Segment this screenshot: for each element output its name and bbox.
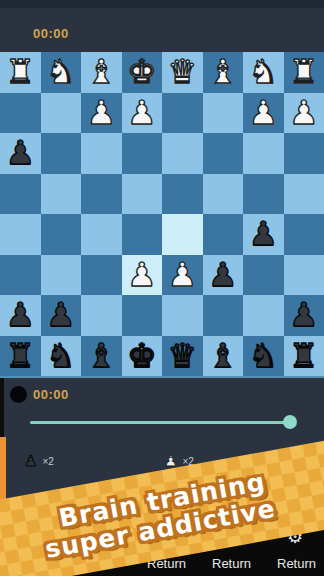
piece-white-pawn: ♟ bbox=[127, 93, 157, 133]
square-d6[interactable]: ♟ bbox=[162, 255, 203, 296]
piece-black-knight: ♞ bbox=[248, 336, 278, 376]
piece-white-pawn: ♟ bbox=[289, 93, 319, 133]
status-bar bbox=[0, 0, 324, 8]
square-a4[interactable] bbox=[284, 174, 324, 215]
piece-black-pawn: ♟ bbox=[5, 133, 35, 173]
square-f3[interactable] bbox=[81, 133, 122, 174]
piece-black-pawn: ♟ bbox=[46, 295, 76, 335]
square-h6[interactable] bbox=[0, 255, 41, 296]
square-c5[interactable] bbox=[203, 214, 244, 255]
square-f7[interactable] bbox=[81, 295, 122, 336]
piece-black-pawn: ♟ bbox=[289, 295, 319, 335]
piece-white-pawn: ♟ bbox=[86, 93, 116, 133]
square-f8[interactable]: ♝ bbox=[81, 336, 122, 377]
piece-white-rook: ♜ bbox=[5, 52, 35, 92]
piece-white-bishop: ♝ bbox=[86, 52, 116, 92]
black-pawn-icon: ♟ bbox=[24, 452, 37, 470]
piece-white-pawn: ♟ bbox=[127, 255, 157, 295]
square-f6[interactable] bbox=[81, 255, 122, 296]
square-g3[interactable] bbox=[41, 133, 82, 174]
square-b4[interactable] bbox=[243, 174, 284, 215]
piece-white-pawn: ♟ bbox=[167, 255, 197, 295]
piece-white-knight: ♞ bbox=[248, 52, 278, 92]
square-f1[interactable]: ♝ bbox=[81, 52, 122, 93]
black-player-timer: 00:00 bbox=[33, 387, 69, 402]
square-e4[interactable] bbox=[122, 174, 163, 215]
square-g5[interactable] bbox=[41, 214, 82, 255]
white-player-timer: 00:00 bbox=[33, 26, 69, 41]
square-g6[interactable] bbox=[41, 255, 82, 296]
piece-black-bishop: ♝ bbox=[86, 336, 116, 376]
square-c7[interactable] bbox=[203, 295, 244, 336]
square-d2[interactable] bbox=[162, 93, 203, 134]
square-a8[interactable]: ♜ bbox=[284, 336, 324, 377]
square-a2[interactable]: ♟ bbox=[284, 93, 324, 134]
square-f4[interactable] bbox=[81, 174, 122, 215]
return-button-2[interactable]: Return bbox=[212, 556, 251, 571]
square-b6[interactable] bbox=[243, 255, 284, 296]
square-b1[interactable]: ♞ bbox=[243, 52, 284, 93]
square-h8[interactable]: ♜ bbox=[0, 336, 41, 377]
square-a3[interactable] bbox=[284, 133, 324, 174]
square-d1[interactable]: ♛ bbox=[162, 52, 203, 93]
square-d5[interactable] bbox=[162, 214, 203, 255]
square-b2[interactable]: ♟ bbox=[243, 93, 284, 134]
square-b7[interactable] bbox=[243, 295, 284, 336]
chess-board: ♜♞♝♚♛♝♞♜♟♟♟♟♟♟♟♟♟♟♟♟♜♞♝♚♛♝♞♜ bbox=[0, 52, 324, 376]
square-a7[interactable]: ♟ bbox=[284, 295, 324, 336]
piece-white-queen: ♛ bbox=[167, 52, 197, 92]
square-c6[interactable]: ♟ bbox=[203, 255, 244, 296]
captured-black-count: ×2 bbox=[42, 456, 53, 467]
square-e2[interactable]: ♟ bbox=[122, 93, 163, 134]
replay-slider[interactable] bbox=[30, 414, 297, 430]
piece-black-rook: ♜ bbox=[289, 336, 319, 376]
piece-black-pawn: ♟ bbox=[208, 255, 238, 295]
square-e7[interactable] bbox=[122, 295, 163, 336]
board-bottom-edge bbox=[0, 376, 324, 378]
piece-black-king: ♚ bbox=[127, 336, 157, 376]
piece-black-knight: ♞ bbox=[46, 336, 76, 376]
piece-black-bishop: ♝ bbox=[208, 336, 238, 376]
square-d4[interactable] bbox=[162, 174, 203, 215]
chess-app-screen: 00:00 ♜♞♝♚♛♝♞♜♟♟♟♟♟♟♟♟♟♟♟♟♜♞♝♚♛♝♞♜ 00:00… bbox=[0, 0, 324, 576]
square-c8[interactable]: ♝ bbox=[203, 336, 244, 377]
square-d7[interactable] bbox=[162, 295, 203, 336]
square-a5[interactable] bbox=[284, 214, 324, 255]
square-c3[interactable] bbox=[203, 133, 244, 174]
square-g7[interactable]: ♟ bbox=[41, 295, 82, 336]
square-h5[interactable] bbox=[0, 214, 41, 255]
square-f2[interactable]: ♟ bbox=[81, 93, 122, 134]
replay-slider-track[interactable] bbox=[30, 421, 293, 424]
square-e6[interactable]: ♟ bbox=[122, 255, 163, 296]
square-c1[interactable]: ♝ bbox=[203, 52, 244, 93]
square-d3[interactable] bbox=[162, 133, 203, 174]
square-g1[interactable]: ♞ bbox=[41, 52, 82, 93]
piece-black-queen: ♛ bbox=[167, 336, 197, 376]
square-e8[interactable]: ♚ bbox=[122, 336, 163, 377]
piece-black-pawn: ♟ bbox=[248, 214, 278, 254]
square-h3[interactable]: ♟ bbox=[0, 133, 41, 174]
captured-black-pawns-tray: ♟ ×2 bbox=[24, 452, 54, 470]
piece-black-rook: ♜ bbox=[5, 336, 35, 376]
black-turn-indicator-icon bbox=[10, 386, 27, 403]
square-h2[interactable] bbox=[0, 93, 41, 134]
piece-white-knight: ♞ bbox=[46, 52, 76, 92]
square-e3[interactable] bbox=[122, 133, 163, 174]
square-d8[interactable]: ♛ bbox=[162, 336, 203, 377]
square-c4[interactable] bbox=[203, 174, 244, 215]
piece-white-pawn: ♟ bbox=[248, 93, 278, 133]
square-b8[interactable]: ♞ bbox=[243, 336, 284, 377]
square-a6[interactable] bbox=[284, 255, 324, 296]
square-f5[interactable] bbox=[81, 214, 122, 255]
square-b5[interactable]: ♟ bbox=[243, 214, 284, 255]
square-h7[interactable]: ♟ bbox=[0, 295, 41, 336]
square-e5[interactable] bbox=[122, 214, 163, 255]
square-e1[interactable]: ♚ bbox=[122, 52, 163, 93]
piece-white-rook: ♜ bbox=[289, 52, 319, 92]
piece-white-bishop: ♝ bbox=[208, 52, 238, 92]
piece-white-king: ♚ bbox=[127, 52, 157, 92]
square-b3[interactable] bbox=[243, 133, 284, 174]
square-g4[interactable] bbox=[41, 174, 82, 215]
square-a1[interactable]: ♜ bbox=[284, 52, 324, 93]
square-h4[interactable] bbox=[0, 174, 41, 215]
return-button-3[interactable]: Return bbox=[277, 556, 316, 571]
piece-black-pawn: ♟ bbox=[5, 295, 35, 335]
square-c2[interactable] bbox=[203, 93, 244, 134]
square-h1[interactable]: ♜ bbox=[0, 52, 41, 93]
left-edge-dark-strip bbox=[0, 378, 4, 438]
square-g8[interactable]: ♞ bbox=[41, 336, 82, 377]
square-g2[interactable] bbox=[41, 93, 82, 134]
replay-slider-knob[interactable] bbox=[283, 415, 297, 429]
